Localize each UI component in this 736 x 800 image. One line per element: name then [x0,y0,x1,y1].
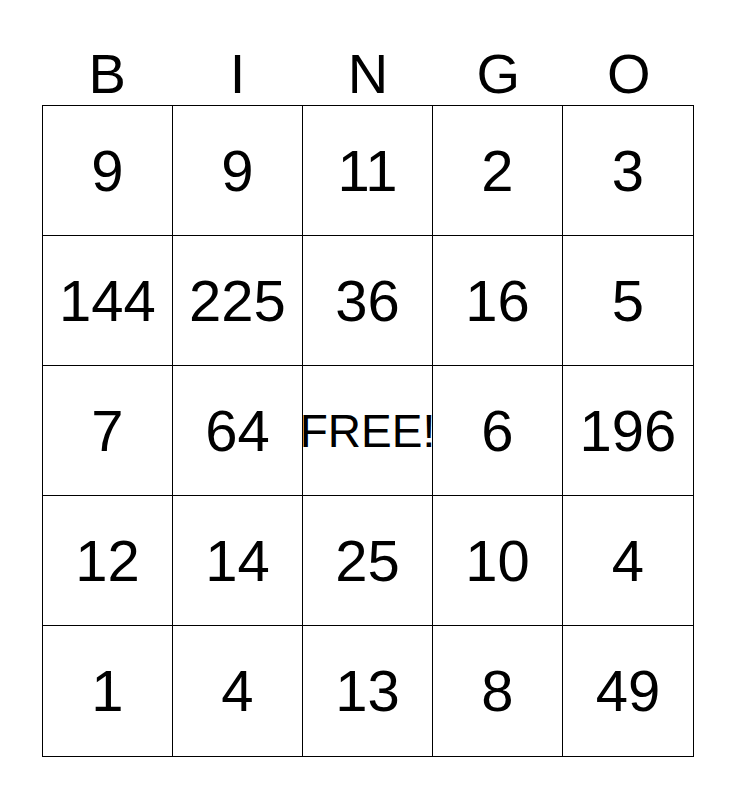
header-letter-g: G [433,46,563,105]
cell-r4c5[interactable]: 4 [563,496,693,626]
cell-r1c4[interactable]: 2 [433,106,563,236]
cell-r1c5[interactable]: 3 [563,106,693,236]
cell-r2c2[interactable]: 225 [173,236,303,366]
cell-r5c3[interactable]: 13 [303,626,433,756]
header-letter-b: B [42,46,172,105]
cell-r1c3[interactable]: 11 [303,106,433,236]
bingo-card: B I N G O 9 9 11 2 3 144 225 36 16 5 7 6… [42,0,694,757]
cell-r4c3[interactable]: 25 [303,496,433,626]
cell-r5c5[interactable]: 49 [563,626,693,756]
header-letter-i: I [172,46,302,105]
cell-r3c1[interactable]: 7 [43,366,173,496]
header-letter-o: O [564,46,694,105]
cell-r2c3[interactable]: 36 [303,236,433,366]
cell-r2c5[interactable]: 5 [563,236,693,366]
cell-r4c1[interactable]: 12 [43,496,173,626]
cell-r5c1[interactable]: 1 [43,626,173,756]
bingo-header: B I N G O [42,0,694,105]
header-letter-n: N [303,46,433,105]
cell-r1c2[interactable]: 9 [173,106,303,236]
cell-r4c2[interactable]: 14 [173,496,303,626]
cell-r5c2[interactable]: 4 [173,626,303,756]
bingo-grid: 9 9 11 2 3 144 225 36 16 5 7 64 FREE! 6 … [42,105,694,757]
cell-r4c4[interactable]: 10 [433,496,563,626]
cell-r1c1[interactable]: 9 [43,106,173,236]
cell-r3c2[interactable]: 64 [173,366,303,496]
cell-r2c4[interactable]: 16 [433,236,563,366]
cell-r3c5[interactable]: 196 [563,366,693,496]
cell-r3c4[interactable]: 6 [433,366,563,496]
free-cell[interactable]: FREE! [303,366,433,496]
cell-r2c1[interactable]: 144 [43,236,173,366]
cell-r5c4[interactable]: 8 [433,626,563,756]
